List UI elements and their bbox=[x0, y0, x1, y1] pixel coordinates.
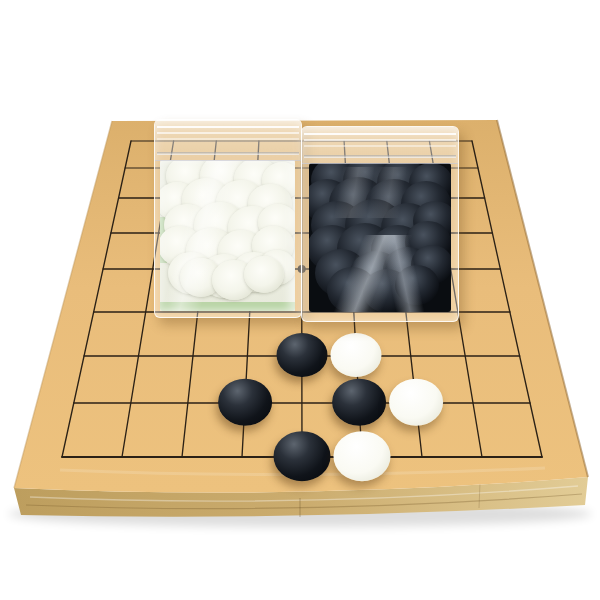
stone-white-F3 bbox=[331, 333, 382, 377]
stone-black-F2 bbox=[332, 379, 386, 426]
black-bag-ziplock-seal bbox=[302, 127, 458, 164]
bag-plastic-sheen bbox=[318, 167, 446, 218]
stone-black-E3 bbox=[276, 333, 327, 377]
bag-plastic-sheen bbox=[160, 160, 295, 311]
stone-white-F1 bbox=[334, 431, 391, 481]
black-stones-bag bbox=[301, 126, 459, 322]
black-stones-in-bag bbox=[309, 163, 451, 312]
go-set-product-photo bbox=[0, 0, 600, 600]
stone-black-D2 bbox=[218, 379, 272, 426]
stone-black-E1 bbox=[274, 431, 331, 481]
bag-plastic-sheen bbox=[309, 235, 451, 312]
white-stones-bag bbox=[154, 119, 302, 318]
stone-white-G2 bbox=[389, 379, 443, 426]
white-bag-ziplock-seal bbox=[155, 120, 301, 161]
